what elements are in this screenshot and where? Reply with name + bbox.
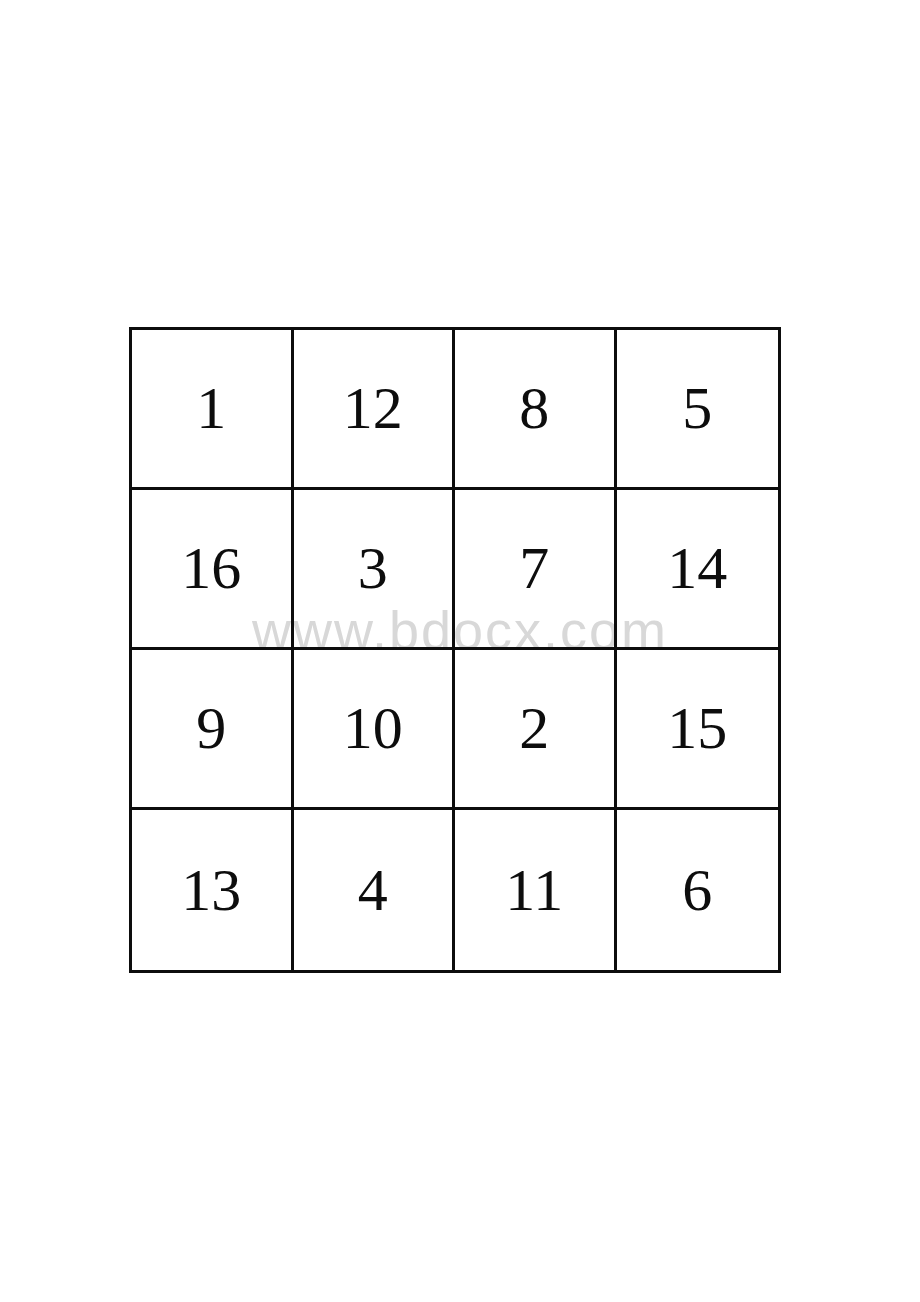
document-page: www.bdocx.com 1 12 8 5 16 3 7 14 9 10 2 … [0, 0, 920, 1302]
number-grid: 1 12 8 5 16 3 7 14 9 10 2 15 13 4 11 6 [129, 327, 781, 973]
grid-cell-r1c2: 12 [294, 330, 456, 490]
grid-cell-r2c1: 16 [132, 490, 294, 650]
grid-cell-r3c1: 9 [132, 650, 294, 810]
grid-cell-r1c1: 1 [132, 330, 294, 490]
grid-cell-r3c2: 10 [294, 650, 456, 810]
grid-cell-r2c3: 7 [455, 490, 617, 650]
grid-cell-r2c2: 3 [294, 490, 456, 650]
grid-cell-r4c2: 4 [294, 810, 456, 970]
grid-cell-r4c1: 13 [132, 810, 294, 970]
grid-cell-r1c4: 5 [617, 330, 779, 490]
grid-cell-r4c3: 11 [455, 810, 617, 970]
grid-cell-r4c4: 6 [617, 810, 779, 970]
grid-cell-r2c4: 14 [617, 490, 779, 650]
grid-cell-r3c3: 2 [455, 650, 617, 810]
grid-cell-r1c3: 8 [455, 330, 617, 490]
grid-cell-r3c4: 15 [617, 650, 779, 810]
